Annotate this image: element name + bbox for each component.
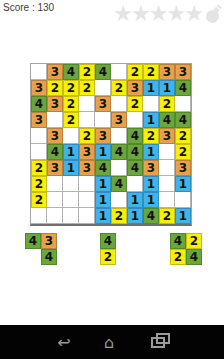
board-tile[interactable]: 1	[143, 80, 159, 96]
board-tile[interactable]: 1	[127, 192, 143, 208]
piece-tile[interactable]: 2	[186, 233, 202, 249]
board-tile[interactable]: 2	[31, 192, 47, 208]
board-tile[interactable]: 1	[95, 144, 111, 160]
board-cell-empty[interactable]	[111, 160, 127, 176]
board-tile[interactable]: 1	[95, 192, 111, 208]
piece-tile[interactable]: 4	[100, 233, 116, 249]
board-tile[interactable]: 2	[175, 144, 191, 160]
tray-piece-right[interactable]: 4224	[170, 233, 202, 265]
board-tile[interactable]: 2	[143, 128, 159, 144]
board-cell-empty[interactable]	[79, 192, 95, 208]
piece-tile[interactable]: 4	[186, 249, 202, 265]
board-cell-empty[interactable]	[79, 112, 95, 128]
star-icon: ★	[184, 1, 202, 26]
star-icon: ★	[113, 1, 131, 26]
board-tile[interactable]: 1	[175, 208, 191, 224]
board-tile[interactable]: 4	[111, 176, 127, 192]
board-cell-empty[interactable]	[47, 208, 63, 224]
board-cell-empty[interactable]	[31, 144, 47, 160]
board-tile[interactable]: 2	[31, 160, 47, 176]
board-tile[interactable]: 4	[95, 160, 111, 176]
android-nav-bar: ↩ ⌂	[0, 325, 224, 359]
board-tile[interactable]: 2	[111, 208, 127, 224]
board-cell-empty[interactable]	[79, 96, 95, 112]
board-tile[interactable]: 4	[63, 64, 79, 80]
board-cell-empty[interactable]	[79, 176, 95, 192]
game-board[interactable]: 3424223332222311443232232314432342324131…	[30, 63, 192, 226]
recents-icon[interactable]	[143, 325, 173, 359]
board-cell-empty[interactable]	[111, 128, 127, 144]
back-icon[interactable]: ↩	[49, 325, 79, 359]
board-tile[interactable]: 3	[31, 112, 47, 128]
board-cell-empty[interactable]	[63, 208, 79, 224]
piece-tile[interactable]: 4	[25, 233, 41, 249]
board-tile[interactable]: 2	[111, 80, 127, 96]
board-tile[interactable]: 1	[175, 176, 191, 192]
board-cell-empty[interactable]	[159, 192, 175, 208]
board-tile[interactable]: 4	[95, 64, 111, 80]
board-tile[interactable]: 3	[79, 160, 95, 176]
piece-blank	[25, 249, 41, 265]
star-rating: ★★★★★	[113, 1, 202, 27]
board-tile[interactable]: 4	[175, 80, 191, 96]
recents-rect	[151, 337, 165, 348]
board-tile[interactable]: 1	[63, 144, 79, 160]
board-tile[interactable]: 3	[47, 96, 63, 112]
board-tile[interactable]: 4	[127, 128, 143, 144]
board-tile[interactable]: 3	[127, 80, 143, 96]
board-cell-empty[interactable]	[79, 208, 95, 224]
board-cell-empty[interactable]	[175, 192, 191, 208]
board-tile[interactable]: 3	[159, 128, 175, 144]
board-tile[interactable]: 2	[79, 64, 95, 80]
board-tile[interactable]: 1	[95, 208, 111, 224]
board-cell-empty[interactable]	[31, 128, 47, 144]
board-cell-empty[interactable]	[159, 160, 175, 176]
board-tile[interactable]: 3	[175, 160, 191, 176]
board-tile[interactable]: 1	[95, 176, 111, 192]
board-tile[interactable]: 1	[143, 144, 159, 160]
board-cell-empty[interactable]	[63, 128, 79, 144]
board-tile[interactable]: 2	[63, 80, 79, 96]
board-tile[interactable]: 2	[127, 96, 143, 112]
home-icon[interactable]: ⌂	[94, 325, 124, 359]
board-cell-empty[interactable]	[159, 176, 175, 192]
bomb-body	[206, 10, 219, 23]
tray-piece-left[interactable]: 434	[25, 233, 57, 265]
star-icon: ★	[131, 1, 149, 26]
board-tile[interactable]: 3	[143, 160, 159, 176]
board-tile[interactable]: 2	[63, 96, 79, 112]
board-tile[interactable]: 1	[143, 176, 159, 192]
board-tile[interactable]: 1	[143, 112, 159, 128]
board-cell-empty[interactable]	[31, 64, 47, 80]
score-label: Score : 130	[3, 2, 54, 13]
board-tile[interactable]: 4	[175, 112, 191, 128]
board-tile[interactable]: 3	[159, 64, 175, 80]
board-cell-empty[interactable]	[63, 192, 79, 208]
board-cell-empty[interactable]	[47, 112, 63, 128]
board-tile[interactable]: 4	[159, 112, 175, 128]
rating-bar: ★★★★★	[113, 1, 222, 27]
tray-piece-middle[interactable]: 42	[100, 233, 116, 265]
game-screen: Score : 130 ★★★★★ 3424223332222311443232…	[0, 0, 224, 359]
board-cell-empty[interactable]	[95, 80, 111, 96]
piece-tile[interactable]: 4	[41, 249, 57, 265]
board-tile[interactable]: 2	[159, 208, 175, 224]
board-tile[interactable]: 3	[95, 96, 111, 112]
board-tile[interactable]: 1	[63, 160, 79, 176]
board-cell-empty[interactable]	[95, 112, 111, 128]
board-tile[interactable]: 3	[79, 144, 95, 160]
board-tile[interactable]: 2	[127, 64, 143, 80]
board-cell-empty[interactable]	[175, 96, 191, 112]
board-tile[interactable]: 1	[143, 192, 159, 208]
board-tile[interactable]: 2	[175, 128, 191, 144]
board-tile[interactable]: 1	[159, 80, 175, 96]
board-tile[interactable]: 3	[47, 64, 63, 80]
star-icon: ★	[149, 1, 167, 26]
piece-tile[interactable]: 3	[41, 233, 57, 249]
bomb-icon[interactable]	[205, 6, 222, 23]
board-tile[interactable]: 4	[111, 144, 127, 160]
board-tile[interactable]: 4	[31, 96, 47, 112]
board-tile[interactable]: 3	[175, 64, 191, 80]
board-cell-empty[interactable]	[159, 144, 175, 160]
board-tile[interactable]: 4	[47, 144, 63, 160]
board-cell-empty[interactable]	[111, 192, 127, 208]
board-tile[interactable]: 3	[47, 128, 63, 144]
board-tile[interactable]: 3	[47, 160, 63, 176]
piece-tile[interactable]: 4	[170, 233, 186, 249]
board-tile[interactable]: 2	[47, 80, 63, 96]
board-tile[interactable]: 4	[127, 144, 143, 160]
board-tile[interactable]: 2	[63, 112, 79, 128]
board-cell-empty[interactable]	[111, 64, 127, 80]
board-tile[interactable]: 4	[127, 160, 143, 176]
board-cell-empty[interactable]	[127, 176, 143, 192]
board-cell-empty[interactable]	[111, 96, 127, 112]
board-cell-empty[interactable]	[143, 96, 159, 112]
piece-tile[interactable]: 2	[170, 249, 186, 265]
board-tile[interactable]: 2	[143, 64, 159, 80]
board-cell-empty[interactable]	[63, 176, 79, 192]
board-tile[interactable]: 4	[143, 208, 159, 224]
board-cell-empty[interactable]	[127, 112, 143, 128]
board-tile[interactable]: 1	[127, 208, 143, 224]
board-tile[interactable]: 3	[111, 112, 127, 128]
star-icon: ★	[167, 1, 185, 26]
board-tile[interactable]: 2	[79, 128, 95, 144]
board-cell-empty[interactable]	[31, 208, 47, 224]
board-tile[interactable]: 2	[159, 96, 175, 112]
board-tile[interactable]: 3	[31, 80, 47, 96]
board-tile[interactable]: 2	[31, 176, 47, 192]
board-cell-empty[interactable]	[47, 176, 63, 192]
board-cell-empty[interactable]	[47, 192, 63, 208]
board-tile[interactable]: 2	[79, 80, 95, 96]
board-tile[interactable]: 3	[95, 128, 111, 144]
piece-tile[interactable]: 2	[100, 249, 116, 265]
